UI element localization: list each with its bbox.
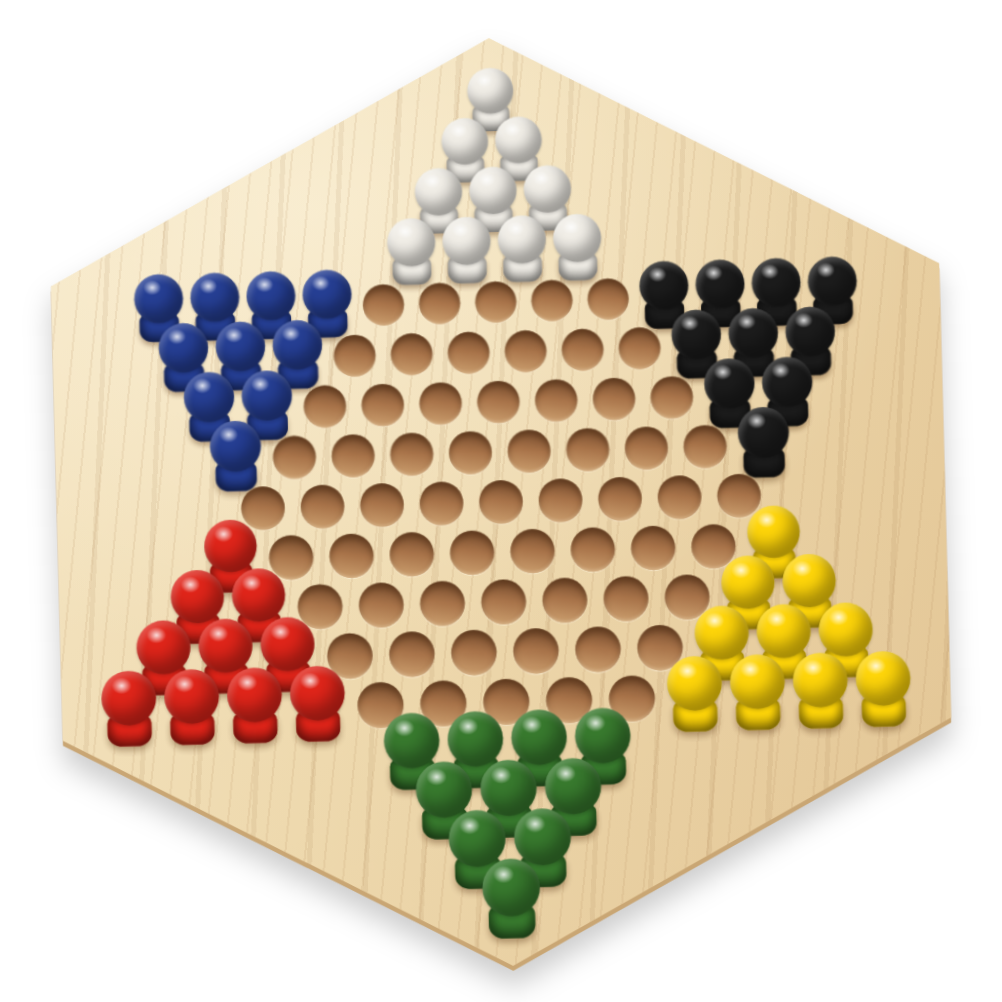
empty-hole[interactable] [657,475,702,520]
board-cell [353,380,412,430]
empty-hole[interactable] [624,426,668,470]
board-cell [527,376,586,426]
board-cell [286,680,350,734]
board-cell [562,524,624,576]
empty-hole[interactable] [419,382,463,426]
board-cell [471,476,532,527]
empty-hole[interactable] [542,577,588,623]
empty-hole[interactable] [531,279,573,321]
board-cell [326,331,384,380]
empty-hole[interactable] [300,484,345,529]
empty-hole[interactable] [504,330,547,373]
peg-green[interactable] [481,858,543,939]
board-cell [380,628,443,681]
empty-hole[interactable] [303,385,347,429]
board-cell [590,473,651,524]
board-cell [442,626,505,679]
board-cell [469,377,528,427]
empty-hole[interactable] [360,483,405,528]
peg-black[interactable] [736,406,791,478]
empty-hole[interactable] [448,431,492,475]
board-cell [530,475,591,526]
empty-hole[interactable] [449,530,494,575]
empty-hole[interactable] [575,626,622,673]
board-cell [323,431,383,481]
board-cell [523,276,580,324]
board-cell [350,579,413,632]
peg-white[interactable] [552,213,604,281]
empty-hole[interactable] [566,428,610,472]
board-cell [663,670,727,724]
board-cell [467,278,524,326]
board-cell [675,421,735,471]
empty-hole[interactable] [447,331,490,374]
board-cell [411,279,468,327]
empty-hole[interactable] [481,579,527,625]
board-cell [553,325,611,374]
peg-white[interactable] [496,215,548,283]
empty-hole[interactable] [618,327,661,370]
empty-hole[interactable] [419,581,465,627]
board-cell [642,373,701,423]
board-cell [439,328,497,377]
board-cell [610,324,668,373]
empty-hole[interactable] [475,281,517,323]
empty-hole[interactable] [389,631,436,678]
board-cell [411,379,470,429]
empty-hole[interactable] [329,533,374,578]
board-cell [502,525,564,577]
empty-hole[interactable] [507,429,551,473]
empty-hole[interactable] [598,476,643,521]
empty-hole[interactable] [650,376,694,420]
board-cell [499,426,559,476]
empty-hole[interactable] [587,278,629,320]
board-cell [584,374,643,424]
empty-hole[interactable] [538,478,583,523]
board-cell [223,682,287,736]
board-cell [726,668,790,722]
board-cell [504,624,567,677]
board-cell [264,432,324,482]
board-cell [382,429,442,479]
board-cell [382,330,440,379]
empty-hole[interactable] [272,435,316,479]
board-cell [734,420,794,470]
board-cell [788,667,852,721]
board-cell [160,683,224,737]
board-cell [649,472,710,523]
board-cell [439,229,496,277]
board-cell [440,428,500,478]
peg-blue[interactable] [208,420,263,492]
empty-hole[interactable] [389,532,434,577]
board-cell [383,230,440,278]
empty-hole[interactable] [331,434,375,478]
peg-grid [32,65,970,939]
board-cell [97,685,161,739]
empty-hole[interactable] [362,284,404,326]
empty-hole[interactable] [510,528,555,573]
board-cell [206,434,266,484]
board-cell [622,522,684,574]
board-cell [355,281,412,329]
board-cell [534,574,597,627]
board-cell [851,665,915,719]
empty-hole[interactable] [479,480,524,525]
board-cell [566,623,629,676]
board-cell [411,577,474,630]
board-cell [321,530,383,582]
board-cell [292,481,353,532]
board-cell [549,226,606,274]
empty-hole[interactable] [561,328,604,371]
chinese-checkers-board [31,26,971,978]
empty-hole[interactable] [418,282,460,324]
empty-hole[interactable] [419,481,464,526]
board-cell [558,425,618,475]
board-cell [616,423,676,473]
empty-hole[interactable] [603,576,649,622]
board-cell [494,228,551,276]
board-cell [478,873,546,930]
empty-hole[interactable] [630,525,675,570]
empty-hole[interactable] [570,527,615,572]
empty-hole[interactable] [477,380,521,424]
board-cell [579,275,636,323]
empty-hole[interactable] [390,432,434,476]
peg-white[interactable] [386,218,438,286]
board-cell [496,327,554,376]
board-cell [381,528,443,580]
empty-hole[interactable] [333,334,376,377]
empty-hole[interactable] [451,629,498,676]
empty-hole[interactable] [534,379,578,423]
empty-hole[interactable] [358,582,404,628]
board-cell [352,480,413,531]
board-cell [441,527,503,579]
empty-hole[interactable] [592,377,636,421]
board-cell [595,572,658,625]
board-cell [295,382,354,432]
board-cell [472,576,535,629]
peg-white[interactable] [441,216,493,284]
empty-hole[interactable] [683,425,727,469]
empty-hole[interactable] [513,628,560,675]
empty-hole[interactable] [361,383,405,427]
empty-hole[interactable] [390,333,433,376]
board-cell [411,478,472,529]
